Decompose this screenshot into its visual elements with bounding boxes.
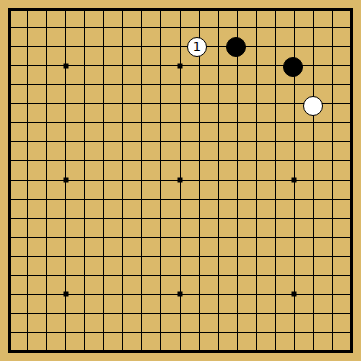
move-number-label: 1 [193,40,201,53]
board-point-L17[interactable]: 1 [187,37,207,57]
board-point-R14[interactable] [303,96,323,116]
board-point-N17[interactable] [226,37,246,57]
stones-grid: 1 [0,0,361,361]
go-board-diagram: 1 [0,0,361,361]
white-stone[interactable]: 1 [187,37,207,57]
black-stone[interactable] [226,37,246,57]
black-stone[interactable] [283,57,303,77]
white-stone[interactable] [303,96,323,116]
board-point-Q16[interactable] [283,57,303,77]
